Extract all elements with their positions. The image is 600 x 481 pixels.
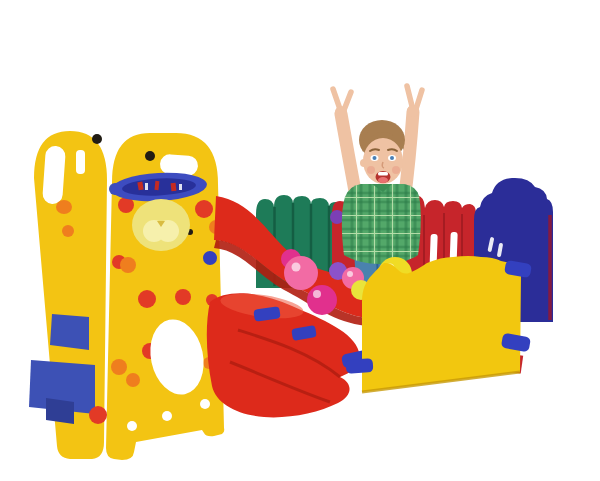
lion-face: [132, 199, 190, 251]
teeth: [378, 172, 388, 176]
photo-stage: [0, 0, 600, 481]
blue-knob: [203, 251, 217, 265]
right-pupil: [390, 156, 394, 160]
ball-pink-1: [284, 256, 318, 290]
ball-magenta-2: [307, 285, 337, 315]
front-panel-yellow: [362, 256, 521, 392]
play-gym-photo: [0, 0, 600, 481]
open-mouth: [376, 171, 391, 183]
climber-tower: [29, 131, 224, 460]
left-pupil: [373, 156, 377, 160]
front-panel: [346, 256, 532, 392]
tongue: [378, 177, 388, 183]
